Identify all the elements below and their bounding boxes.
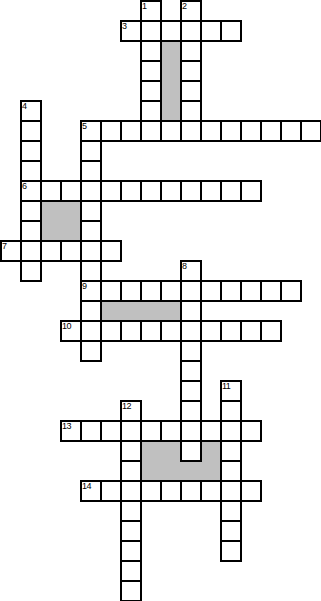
white-cell-5-6[interactable] — [100, 120, 122, 142]
white-cell-15-6[interactable] — [300, 120, 321, 142]
gray-cell-7-15 — [140, 300, 162, 322]
white-cell-1-7[interactable] — [20, 140, 42, 162]
white-cell-3-12[interactable] — [60, 240, 82, 262]
white-cell-12-6[interactable] — [240, 120, 262, 142]
white-cell-9-3[interactable] — [180, 60, 202, 82]
white-cell-5-24[interactable] — [100, 480, 122, 502]
white-cell-11-20[interactable] — [220, 400, 242, 422]
white-cell-1-6[interactable] — [20, 120, 42, 142]
white-cell-6-21[interactable] — [120, 420, 142, 442]
white-cell-9-9[interactable] — [180, 180, 202, 202]
white-cell-4-9[interactable] — [80, 180, 102, 202]
white-cell-9-19[interactable] — [180, 380, 202, 402]
white-cell-13-14[interactable] — [260, 280, 282, 302]
white-cell-12-21[interactable] — [240, 420, 262, 442]
white-cell-6-24[interactable] — [120, 480, 142, 502]
clue-number-1: 1 — [142, 2, 147, 11]
white-cell-9-24[interactable] — [180, 480, 202, 502]
white-cell-6-9[interactable] — [120, 180, 142, 202]
clue-number-2: 2 — [182, 2, 187, 11]
white-cell-4-17[interactable] — [80, 340, 102, 362]
white-cell-6-22[interactable] — [120, 440, 142, 462]
white-cell-13-6[interactable] — [260, 120, 282, 142]
white-cell-6-29[interactable] — [120, 580, 142, 601]
white-cell-10-1[interactable] — [200, 20, 222, 42]
crossword-board: 1234567891011121314 — [0, 0, 321, 601]
white-cell-11-16[interactable] — [220, 320, 242, 342]
white-cell-7-3[interactable] — [140, 60, 162, 82]
white-cell-11-6[interactable] — [220, 120, 242, 142]
white-cell-11-21[interactable] — [220, 420, 242, 442]
white-cell-10-6[interactable] — [200, 120, 222, 142]
clue-number-7: 7 — [2, 242, 7, 251]
white-cell-5-21[interactable] — [100, 420, 122, 442]
white-cell-1-11[interactable] — [20, 220, 42, 242]
clue-number-3: 3 — [122, 22, 127, 31]
white-cell-4-10[interactable] — [80, 200, 102, 222]
white-cell-3-9[interactable] — [60, 180, 82, 202]
white-cell-7-14[interactable] — [140, 280, 162, 302]
gray-cell-7-23 — [140, 460, 162, 482]
white-cell-9-17[interactable] — [180, 340, 202, 362]
white-cell-12-14[interactable] — [240, 280, 262, 302]
gray-cell-9-23 — [180, 460, 202, 482]
white-cell-2-12[interactable] — [40, 240, 62, 262]
clue-number-4: 4 — [22, 102, 27, 111]
white-cell-8-24[interactable] — [160, 480, 182, 502]
white-cell-11-27[interactable] — [220, 540, 242, 562]
white-cell-4-11[interactable] — [80, 220, 102, 242]
white-cell-7-24[interactable] — [140, 480, 162, 502]
clue-number-13: 13 — [62, 422, 71, 431]
gray-cell-10-23 — [200, 460, 222, 482]
gray-cell-2-11 — [40, 220, 62, 242]
clue-number-5: 5 — [82, 122, 87, 131]
clue-number-14: 14 — [82, 482, 91, 491]
gray-cell-8-2 — [160, 40, 182, 62]
clue-number-12: 12 — [122, 402, 131, 411]
white-cell-6-23[interactable] — [120, 460, 142, 482]
white-cell-4-8[interactable] — [80, 160, 102, 182]
white-cell-7-4[interactable] — [140, 80, 162, 102]
white-cell-10-21[interactable] — [200, 420, 222, 442]
white-cell-12-16[interactable] — [240, 320, 262, 342]
white-cell-6-28[interactable] — [120, 560, 142, 582]
white-cell-11-22[interactable] — [220, 440, 242, 462]
white-cell-7-1[interactable] — [140, 20, 162, 42]
white-cell-10-24[interactable] — [200, 480, 222, 502]
clue-number-6: 6 — [22, 182, 27, 191]
white-cell-9-1[interactable] — [180, 20, 202, 42]
white-cell-11-23[interactable] — [220, 460, 242, 482]
gray-cell-8-3 — [160, 60, 182, 82]
white-cell-10-9[interactable] — [200, 180, 222, 202]
white-cell-1-13[interactable] — [20, 260, 42, 282]
white-cell-5-9[interactable] — [100, 180, 122, 202]
white-cell-11-24[interactable] — [220, 480, 242, 502]
gray-cell-2-10 — [40, 200, 62, 222]
gray-cell-3-10 — [60, 200, 82, 222]
white-cell-11-25[interactable] — [220, 500, 242, 522]
white-cell-9-18[interactable] — [180, 360, 202, 382]
gray-cell-5-15 — [100, 300, 122, 322]
white-cell-14-6[interactable] — [280, 120, 302, 142]
white-cell-9-5[interactable] — [180, 100, 202, 122]
gray-cell-8-23 — [160, 460, 182, 482]
white-cell-8-1[interactable] — [160, 20, 182, 42]
white-cell-11-9[interactable] — [220, 180, 242, 202]
white-cell-4-15[interactable] — [80, 300, 102, 322]
white-cell-5-14[interactable] — [100, 280, 122, 302]
white-cell-12-9[interactable] — [240, 180, 262, 202]
white-cell-7-21[interactable] — [140, 420, 162, 442]
white-cell-8-6[interactable] — [160, 120, 182, 142]
gray-cell-10-22 — [200, 440, 222, 462]
gray-cell-8-5 — [160, 100, 182, 122]
gray-cell-8-22 — [160, 440, 182, 462]
white-cell-10-16[interactable] — [200, 320, 222, 342]
white-cell-6-26[interactable] — [120, 520, 142, 542]
white-cell-4-12[interactable] — [80, 240, 102, 262]
white-cell-2-9[interactable] — [40, 180, 62, 202]
white-cell-6-16[interactable] — [120, 320, 142, 342]
gray-cell-3-11 — [60, 220, 82, 242]
white-cell-7-5[interactable] — [140, 100, 162, 122]
white-cell-10-14[interactable] — [200, 280, 222, 302]
white-cell-9-22[interactable] — [180, 440, 202, 462]
white-cell-12-24[interactable] — [240, 480, 262, 502]
white-cell-6-6[interactable] — [120, 120, 142, 142]
white-cell-4-21[interactable] — [80, 420, 102, 442]
white-cell-5-16[interactable] — [100, 320, 122, 342]
white-cell-4-7[interactable] — [80, 140, 102, 162]
white-cell-13-16[interactable] — [260, 320, 282, 342]
white-cell-9-4[interactable] — [180, 80, 202, 102]
white-cell-11-26[interactable] — [220, 520, 242, 542]
white-cell-11-1[interactable] — [220, 20, 242, 42]
white-cell-8-21[interactable] — [160, 420, 182, 442]
white-cell-6-25[interactable] — [120, 500, 142, 522]
gray-cell-7-22 — [140, 440, 162, 462]
white-cell-8-14[interactable] — [160, 280, 182, 302]
white-cell-8-9[interactable] — [160, 180, 182, 202]
white-cell-5-12[interactable] — [100, 240, 122, 262]
white-cell-4-16[interactable] — [80, 320, 102, 342]
clue-number-10: 10 — [62, 322, 71, 331]
white-cell-14-14[interactable] — [280, 280, 302, 302]
white-cell-6-27[interactable] — [120, 540, 142, 562]
clue-number-8: 8 — [182, 262, 187, 271]
white-cell-11-14[interactable] — [220, 280, 242, 302]
clue-number-9: 9 — [82, 282, 87, 291]
gray-cell-8-15 — [160, 300, 182, 322]
white-cell-7-2[interactable] — [140, 40, 162, 62]
white-cell-1-10[interactable] — [20, 200, 42, 222]
white-cell-7-16[interactable] — [140, 320, 162, 342]
white-cell-8-16[interactable] — [160, 320, 182, 342]
white-cell-7-6[interactable] — [140, 120, 162, 142]
white-cell-9-21[interactable] — [180, 420, 202, 442]
white-cell-9-15[interactable] — [180, 300, 202, 322]
white-cell-9-2[interactable] — [180, 40, 202, 62]
white-cell-9-14[interactable] — [180, 280, 202, 302]
white-cell-9-6[interactable] — [180, 120, 202, 142]
white-cell-4-13[interactable] — [80, 260, 102, 282]
white-cell-9-16[interactable] — [180, 320, 202, 342]
white-cell-9-20[interactable] — [180, 400, 202, 422]
white-cell-1-8[interactable] — [20, 160, 42, 182]
white-cell-7-9[interactable] — [140, 180, 162, 202]
gray-cell-6-15 — [120, 300, 142, 322]
gray-cell-8-4 — [160, 80, 182, 102]
white-cell-6-14[interactable] — [120, 280, 142, 302]
white-cell-1-12[interactable] — [20, 240, 42, 262]
clue-number-11: 11 — [222, 382, 230, 391]
